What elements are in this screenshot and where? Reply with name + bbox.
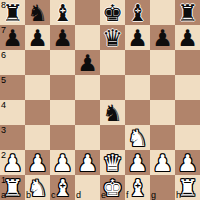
square-g4[interactable] [150, 100, 175, 125]
white-rook-h1[interactable]: ♜ [175, 175, 200, 200]
square-d6[interactable]: ♟ [75, 50, 100, 75]
square-f7[interactable]: ♟ [125, 25, 150, 50]
black-pawn-a7[interactable]: ♟ [0, 25, 25, 50]
square-h4[interactable] [175, 100, 200, 125]
square-c8[interactable]: ♝ [50, 0, 75, 25]
white-pawn-f2[interactable]: ♟ [125, 150, 150, 175]
square-b2[interactable]: ♟ [25, 150, 50, 175]
square-d4[interactable] [75, 100, 100, 125]
square-c6[interactable] [50, 50, 75, 75]
chess-board: 8♜♞♝♚♝♜7♟♟♟♛♟♟♟6♟54♞3♞2♟♟♟♟♛♟♟♟1a♜b♞c♝de… [0, 0, 200, 200]
square-g5[interactable] [150, 75, 175, 100]
square-c1[interactable]: c♝ [50, 175, 75, 200]
square-g1[interactable]: g [150, 175, 175, 200]
square-a6[interactable]: 6 [0, 50, 25, 75]
rank-label-5: 5 [1, 76, 6, 85]
white-pawn-d2[interactable]: ♟ [75, 150, 100, 175]
square-f1[interactable]: f♝ [125, 175, 150, 200]
white-pawn-c2[interactable]: ♟ [50, 150, 75, 175]
square-d2[interactable]: ♟ [75, 150, 100, 175]
square-h6[interactable] [175, 50, 200, 75]
square-e3[interactable] [100, 125, 125, 150]
square-c5[interactable] [50, 75, 75, 100]
black-pawn-f7[interactable]: ♟ [125, 25, 150, 50]
square-c3[interactable] [50, 125, 75, 150]
square-b1[interactable]: b♞ [25, 175, 50, 200]
white-knight-f3[interactable]: ♞ [125, 125, 150, 150]
square-h3[interactable] [175, 125, 200, 150]
square-a5[interactable]: 5 [0, 75, 25, 100]
black-queen-e7[interactable]: ♛ [100, 25, 125, 50]
square-e7[interactable]: ♛ [100, 25, 125, 50]
square-c2[interactable]: ♟ [50, 150, 75, 175]
square-a2[interactable]: 2♟ [0, 150, 25, 175]
square-e1[interactable]: e♚ [100, 175, 125, 200]
rank-label-4: 4 [1, 101, 6, 110]
white-knight-b1[interactable]: ♞ [25, 175, 50, 200]
black-knight-b8[interactable]: ♞ [25, 0, 50, 25]
square-g7[interactable]: ♟ [150, 25, 175, 50]
white-bishop-c1[interactable]: ♝ [50, 175, 75, 200]
file-label-g: g [151, 191, 156, 200]
square-g8[interactable] [150, 0, 175, 25]
square-g6[interactable] [150, 50, 175, 75]
black-pawn-g7[interactable]: ♟ [150, 25, 175, 50]
black-rook-a8[interactable]: ♜ [0, 0, 25, 25]
square-b5[interactable] [25, 75, 50, 100]
square-d8[interactable] [75, 0, 100, 25]
square-e4[interactable]: ♞ [100, 100, 125, 125]
square-c4[interactable] [50, 100, 75, 125]
black-pawn-h7[interactable]: ♟ [175, 25, 200, 50]
file-label-d: d [76, 191, 81, 200]
square-b4[interactable] [25, 100, 50, 125]
square-f5[interactable] [125, 75, 150, 100]
black-knight-e4[interactable]: ♞ [100, 100, 125, 125]
square-a8[interactable]: 8♜ [0, 0, 25, 25]
rank-label-6: 6 [1, 51, 6, 60]
square-e6[interactable] [100, 50, 125, 75]
rank-label-3: 3 [1, 126, 6, 135]
square-f2[interactable]: ♟ [125, 150, 150, 175]
black-bishop-f8[interactable]: ♝ [125, 0, 150, 25]
square-a3[interactable]: 3 [0, 125, 25, 150]
black-bishop-c8[interactable]: ♝ [50, 0, 75, 25]
square-g3[interactable] [150, 125, 175, 150]
square-h7[interactable]: ♟ [175, 25, 200, 50]
square-a7[interactable]: 7♟ [0, 25, 25, 50]
square-a4[interactable]: 4 [0, 100, 25, 125]
square-f3[interactable]: ♞ [125, 125, 150, 150]
square-f4[interactable] [125, 100, 150, 125]
white-queen-e2[interactable]: ♛ [100, 150, 125, 175]
white-pawn-a2[interactable]: ♟ [0, 150, 25, 175]
square-b6[interactable] [25, 50, 50, 75]
square-a1[interactable]: 1a♜ [0, 175, 25, 200]
square-f6[interactable] [125, 50, 150, 75]
black-pawn-b7[interactable]: ♟ [25, 25, 50, 50]
white-bishop-f1[interactable]: ♝ [125, 175, 150, 200]
square-d3[interactable] [75, 125, 100, 150]
square-h5[interactable] [175, 75, 200, 100]
square-h1[interactable]: h♜ [175, 175, 200, 200]
black-king-e8[interactable]: ♚ [100, 0, 125, 25]
square-h8[interactable]: ♜ [175, 0, 200, 25]
white-pawn-g2[interactable]: ♟ [150, 150, 175, 175]
black-pawn-d6[interactable]: ♟ [75, 50, 100, 75]
square-e5[interactable] [100, 75, 125, 100]
square-b3[interactable] [25, 125, 50, 150]
square-g2[interactable]: ♟ [150, 150, 175, 175]
square-h2[interactable]: ♟ [175, 150, 200, 175]
square-e8[interactable]: ♚ [100, 0, 125, 25]
white-king-e1[interactable]: ♚ [100, 175, 125, 200]
black-pawn-c7[interactable]: ♟ [50, 25, 75, 50]
square-d7[interactable] [75, 25, 100, 50]
square-d1[interactable]: d [75, 175, 100, 200]
square-c7[interactable]: ♟ [50, 25, 75, 50]
black-rook-h8[interactable]: ♜ [175, 0, 200, 25]
square-d5[interactable] [75, 75, 100, 100]
square-b7[interactable]: ♟ [25, 25, 50, 50]
white-pawn-h2[interactable]: ♟ [175, 150, 200, 175]
square-e2[interactable]: ♛ [100, 150, 125, 175]
square-f8[interactable]: ♝ [125, 0, 150, 25]
white-pawn-b2[interactable]: ♟ [25, 150, 50, 175]
white-rook-a1[interactable]: ♜ [0, 175, 25, 200]
square-b8[interactable]: ♞ [25, 0, 50, 25]
